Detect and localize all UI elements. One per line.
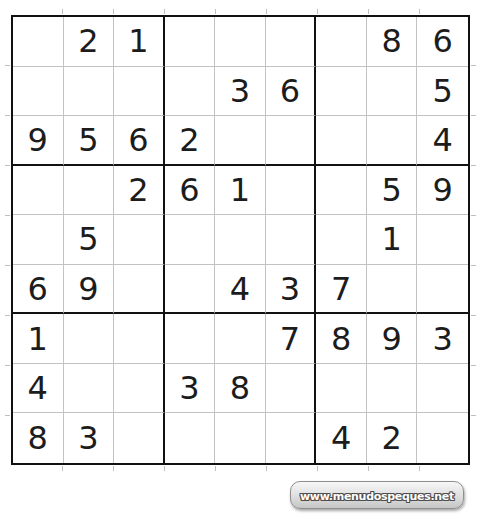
grid-tick-h-left — [5, 115, 10, 116]
grid-tick-v-top — [164, 9, 165, 14]
grid-tick-v-bottom — [113, 466, 114, 471]
cell-r6c2: 9 — [64, 265, 115, 315]
cell-r2c5: 3 — [215, 67, 266, 117]
cell-r2c1[interactable] — [13, 67, 64, 117]
grid-tick-h-right — [471, 65, 476, 66]
cell-r3c9: 4 — [417, 116, 468, 166]
cell-r2c4[interactable] — [165, 67, 216, 117]
grid-tick-v-top — [419, 9, 420, 14]
sudoku-board: 218636595624261595169437178934388342 — [11, 15, 470, 465]
grid-tick-v-bottom — [317, 466, 318, 471]
cell-r4c9: 9 — [417, 166, 468, 216]
cell-r8c9[interactable] — [417, 364, 468, 414]
cell-r1c5[interactable] — [215, 17, 266, 67]
cell-r4c7[interactable] — [316, 166, 367, 216]
grid-tick-h-left — [5, 215, 10, 216]
cell-r3c6[interactable] — [266, 116, 317, 166]
cell-r4c4: 6 — [165, 166, 216, 216]
cell-r1c2: 2 — [64, 17, 115, 67]
cell-r4c1[interactable] — [13, 166, 64, 216]
grid-tick-h-right — [471, 215, 476, 216]
grid-tick-h-right — [471, 165, 476, 166]
cell-r8c3[interactable] — [114, 364, 165, 414]
grid-tick-v-bottom — [419, 466, 420, 471]
cell-r3c4: 2 — [165, 116, 216, 166]
grid-tick-v-top — [62, 9, 63, 14]
grid-tick-h-right — [471, 365, 476, 366]
cell-r1c8: 8 — [367, 17, 418, 67]
cell-r7c7: 8 — [316, 314, 367, 364]
watermark-badge: www.menudospeques.net — [290, 481, 464, 509]
cell-r8c6[interactable] — [266, 364, 317, 414]
cell-r9c8: 2 — [367, 413, 418, 463]
cell-r3c7[interactable] — [316, 116, 367, 166]
cell-r6c4[interactable] — [165, 265, 216, 315]
grid-tick-v-bottom — [215, 466, 216, 471]
cell-r9c7: 4 — [316, 413, 367, 463]
grid-tick-v-bottom — [62, 466, 63, 471]
cell-r5c7[interactable] — [316, 215, 367, 265]
grid-tick-v-bottom — [164, 466, 165, 471]
cell-r5c6[interactable] — [266, 215, 317, 265]
grid-tick-v-top — [317, 9, 318, 14]
cell-r7c2[interactable] — [64, 314, 115, 364]
cell-r5c3[interactable] — [114, 215, 165, 265]
grid-tick-h-left — [5, 65, 10, 66]
cell-r6c6: 3 — [266, 265, 317, 315]
grid-tick-v-top — [215, 9, 216, 14]
cell-r1c6[interactable] — [266, 17, 317, 67]
cell-r9c2: 3 — [64, 413, 115, 463]
cell-r6c3[interactable] — [114, 265, 165, 315]
cell-r3c5[interactable] — [215, 116, 266, 166]
grid-tick-v-top — [113, 9, 114, 14]
cell-r5c5[interactable] — [215, 215, 266, 265]
cell-r9c3[interactable] — [114, 413, 165, 463]
cell-r7c4[interactable] — [165, 314, 216, 364]
cell-r5c9[interactable] — [417, 215, 468, 265]
grid-tick-v-bottom — [266, 466, 267, 471]
cell-r4c5: 1 — [215, 166, 266, 216]
cell-r9c6[interactable] — [266, 413, 317, 463]
cell-r8c1: 4 — [13, 364, 64, 414]
cell-r4c6[interactable] — [266, 166, 317, 216]
cell-r5c8: 1 — [367, 215, 418, 265]
cell-r9c1: 8 — [13, 413, 64, 463]
cell-r9c9[interactable] — [417, 413, 468, 463]
cell-r2c3[interactable] — [114, 67, 165, 117]
cell-r7c6: 7 — [266, 314, 317, 364]
cell-r3c1: 9 — [13, 116, 64, 166]
grid-tick-h-right — [471, 415, 476, 416]
cell-r3c3: 6 — [114, 116, 165, 166]
cell-r6c9[interactable] — [417, 265, 468, 315]
grid-tick-h-left — [5, 165, 10, 166]
grid-tick-v-top — [368, 9, 369, 14]
grid-tick-h-right — [471, 315, 476, 316]
cell-r1c9: 6 — [417, 17, 468, 67]
cell-r6c1: 6 — [13, 265, 64, 315]
cell-r2c6: 6 — [266, 67, 317, 117]
cell-r5c1[interactable] — [13, 215, 64, 265]
cell-r7c8: 9 — [367, 314, 418, 364]
grid-tick-h-left — [5, 365, 10, 366]
cell-r6c8[interactable] — [367, 265, 418, 315]
cell-r2c8[interactable] — [367, 67, 418, 117]
grid-tick-h-right — [471, 265, 476, 266]
cell-r8c7[interactable] — [316, 364, 367, 414]
cell-r7c9: 3 — [417, 314, 468, 364]
cell-r2c2[interactable] — [64, 67, 115, 117]
cell-r3c2: 5 — [64, 116, 115, 166]
cell-r4c3: 2 — [114, 166, 165, 216]
cell-r8c8[interactable] — [367, 364, 418, 414]
cell-r8c2[interactable] — [64, 364, 115, 414]
cell-r5c4[interactable] — [165, 215, 216, 265]
grid-tick-h-left — [5, 265, 10, 266]
cell-r1c1[interactable] — [13, 17, 64, 67]
cell-r5c2: 5 — [64, 215, 115, 265]
cell-r9c5[interactable] — [215, 413, 266, 463]
cell-r4c2[interactable] — [64, 166, 115, 216]
cell-r9c4[interactable] — [165, 413, 216, 463]
cell-r1c3: 1 — [114, 17, 165, 67]
cell-r3c8[interactable] — [367, 116, 418, 166]
cell-r8c4: 3 — [165, 364, 216, 414]
cell-r7c3[interactable] — [114, 314, 165, 364]
cell-r8c5: 8 — [215, 364, 266, 414]
watermark-text: www.menudospeques.net — [300, 490, 454, 503]
grid-tick-h-right — [471, 115, 476, 116]
cell-r7c1: 1 — [13, 314, 64, 364]
grid-tick-h-left — [5, 415, 10, 416]
grid-tick-h-left — [5, 315, 10, 316]
cell-r2c7[interactable] — [316, 67, 367, 117]
cell-r1c7[interactable] — [316, 17, 367, 67]
cell-r1c4[interactable] — [165, 17, 216, 67]
grid-tick-v-bottom — [368, 466, 369, 471]
cell-r6c5: 4 — [215, 265, 266, 315]
cell-r4c8: 5 — [367, 166, 418, 216]
cell-r7c5[interactable] — [215, 314, 266, 364]
grid-tick-v-top — [266, 9, 267, 14]
cell-r2c9: 5 — [417, 67, 468, 117]
cell-r6c7: 7 — [316, 265, 367, 315]
